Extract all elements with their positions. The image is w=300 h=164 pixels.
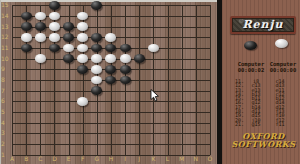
- white-stone-D13: [49, 22, 60, 31]
- board-cell-K4[interactable]: [146, 117, 160, 128]
- board-cell-G10[interactable]: [90, 53, 104, 64]
- board-cell-D8[interactable]: [47, 75, 61, 86]
- board-cell-L4[interactable]: [160, 117, 174, 128]
- white-stone-D12: [49, 33, 60, 42]
- white-stone-G8: [91, 76, 102, 85]
- board-cell-H12[interactable]: [104, 32, 118, 43]
- board-cell-I2[interactable]: [118, 139, 132, 150]
- white-stone-F14: [77, 12, 88, 21]
- black-stone-H9: [105, 65, 116, 74]
- board-cell-I10[interactable]: [118, 53, 132, 64]
- board-cell-B6[interactable]: [19, 96, 33, 107]
- board-cell-B10[interactable]: [19, 53, 33, 64]
- white-stone-E11: [63, 44, 74, 53]
- row-label-11: 11: [1, 45, 11, 51]
- row-label-7: 7: [1, 88, 11, 94]
- board-cell-C3[interactable]: [33, 128, 47, 139]
- white-stone-H12: [105, 33, 116, 42]
- board-cell-L11[interactable]: [160, 43, 174, 54]
- white-stone-G10: [91, 54, 102, 63]
- board-cell-N8[interactable]: [189, 75, 203, 86]
- board-cell-D6[interactable]: [47, 96, 61, 107]
- board-cell-J6[interactable]: [132, 96, 146, 107]
- board-cell-H9[interactable]: [104, 64, 118, 75]
- board-cell-G14[interactable]: [90, 11, 104, 22]
- board-cell-C12[interactable]: [33, 32, 47, 43]
- column-label-G: G: [92, 156, 102, 162]
- board-cell-K8[interactable]: [146, 75, 160, 86]
- board-cell-E8[interactable]: [62, 75, 76, 86]
- board-cell-B2[interactable]: [19, 139, 33, 150]
- board-cell-I5[interactable]: [118, 107, 132, 118]
- board-cell-C13[interactable]: [33, 21, 47, 32]
- board-cell-F5[interactable]: [76, 107, 90, 118]
- board-cell-I12[interactable]: [118, 32, 132, 43]
- board-cell-C4[interactable]: [33, 117, 47, 128]
- board-cell-F8[interactable]: [76, 75, 90, 86]
- board-cell-D14[interactable]: [47, 11, 61, 22]
- board-cell-D3[interactable]: [47, 128, 61, 139]
- column-label-D: D: [49, 156, 59, 162]
- board-cell-J9[interactable]: [132, 64, 146, 75]
- black-stone-G7: [91, 86, 102, 95]
- board-cell-J7[interactable]: [132, 85, 146, 96]
- board-cell-H6[interactable]: [104, 96, 118, 107]
- black-stone-H11: [105, 44, 116, 53]
- board-cell-D5[interactable]: [47, 107, 61, 118]
- board-cell-K11[interactable]: [146, 43, 160, 54]
- white-stone-F12: [77, 33, 88, 42]
- board-cell-C11[interactable]: [33, 43, 47, 54]
- board-cell-K2[interactable]: [146, 139, 160, 150]
- board-cell-M13[interactable]: [175, 21, 189, 32]
- white-stone-F11: [77, 44, 88, 53]
- board-cell-E11[interactable]: [62, 43, 76, 54]
- board-cell-K13[interactable]: [146, 21, 160, 32]
- row-label-5: 5: [1, 109, 11, 115]
- white-stone-C14: [35, 12, 46, 21]
- board-cell-F2[interactable]: [76, 139, 90, 150]
- row-label-8: 8: [1, 77, 11, 83]
- board-cell-E10[interactable]: [62, 53, 76, 64]
- board-cell-E2[interactable]: [62, 139, 76, 150]
- black-stone-I9: [120, 65, 131, 74]
- board-cell-C2[interactable]: [33, 139, 47, 150]
- board-cell-M2[interactable]: [175, 139, 189, 150]
- board-cell-D13[interactable]: [47, 21, 61, 32]
- board-cell-I3[interactable]: [118, 128, 132, 139]
- black-stone-F9: [77, 65, 88, 74]
- board-cell-M9[interactable]: [175, 64, 189, 75]
- board-cell-J8[interactable]: [132, 75, 146, 86]
- move-black: g15: [244, 122, 268, 126]
- board-cell-G3[interactable]: [90, 128, 104, 139]
- board-cell-D7[interactable]: [47, 85, 61, 96]
- column-label-J: J: [134, 156, 144, 162]
- white-stone-F10: [77, 54, 88, 63]
- black-stone-B11: [21, 44, 32, 53]
- board-cell-I4[interactable]: [118, 117, 132, 128]
- board-cell-C6[interactable]: [33, 96, 47, 107]
- board-cell-L7[interactable]: [160, 85, 174, 96]
- board-cell-K14[interactable]: [146, 11, 160, 22]
- row-label-6: 6: [1, 98, 11, 104]
- board-cell-D11[interactable]: [47, 43, 61, 54]
- row-label-9: 9: [1, 66, 11, 72]
- black-stone-D15: [49, 1, 60, 10]
- board-cell-I6[interactable]: [118, 96, 132, 107]
- board-cell-J12[interactable]: [132, 32, 146, 43]
- board-cell-J13[interactable]: [132, 21, 146, 32]
- board-cell-N5[interactable]: [189, 107, 203, 118]
- board-cell-F10[interactable]: [76, 53, 90, 64]
- board-cell-B3[interactable]: [19, 128, 33, 139]
- column-label-M: M: [177, 156, 187, 162]
- board-cell-G8[interactable]: [90, 75, 104, 86]
- black-stone-C13: [35, 22, 46, 31]
- board-cell-H13[interactable]: [104, 21, 118, 32]
- board-cell-M5[interactable]: [175, 107, 189, 118]
- column-label-H: H: [106, 156, 116, 162]
- board-cell-H3[interactable]: [104, 128, 118, 139]
- board-cell-J2[interactable]: [132, 139, 146, 150]
- board-cell-M10[interactable]: [175, 53, 189, 64]
- board-cell-F3[interactable]: [76, 128, 90, 139]
- board-cell-L2[interactable]: [160, 139, 174, 150]
- black-stone-G15: [91, 1, 102, 10]
- white-stone-C12: [35, 33, 46, 42]
- board-cell-N3[interactable]: [189, 128, 203, 139]
- board-cell-B4[interactable]: [19, 117, 33, 128]
- white-stone-F13: [77, 22, 88, 31]
- board-cell-O11[interactable]: [203, 43, 217, 54]
- board-cell-J3[interactable]: [132, 128, 146, 139]
- black-stone-H8: [105, 76, 116, 85]
- move-list: 11.i8c1412.c13d1313.e13e1114.b13c1215.b1…: [230, 79, 300, 126]
- board-cell-D12[interactable]: [47, 32, 61, 43]
- renju-game-window: 151413121110987654321ABCDEFGHIJKLMNO Ren…: [0, 0, 300, 164]
- board-cell-N2[interactable]: [189, 139, 203, 150]
- black-stone-G12: [91, 33, 102, 42]
- board-cell-N6[interactable]: [189, 96, 203, 107]
- board-cell-G12[interactable]: [90, 32, 104, 43]
- white-stone-G9: [91, 65, 102, 74]
- board-cell-O13[interactable]: [203, 21, 217, 32]
- board-cell-N7[interactable]: [189, 85, 203, 96]
- board-cell-O10[interactable]: [203, 53, 217, 64]
- board-cell-L14[interactable]: [160, 11, 174, 22]
- board-cell-N13[interactable]: [189, 21, 203, 32]
- board-cell-O14[interactable]: [203, 11, 217, 22]
- board-cell-M4[interactable]: [175, 117, 189, 128]
- game-title: Renju: [232, 18, 294, 31]
- board-cell-G7[interactable]: [90, 85, 104, 96]
- board-cell-G13[interactable]: [90, 21, 104, 32]
- board-cell-H11[interactable]: [104, 43, 118, 54]
- board-cell-L10[interactable]: [160, 53, 174, 64]
- publisher-logo: OXFORD SOFTWORKS: [222, 132, 300, 148]
- row-label-4: 4: [1, 120, 11, 126]
- column-label-I: I: [120, 156, 130, 162]
- board-cell-N10[interactable]: [189, 53, 203, 64]
- board-cell-M14[interactable]: [175, 11, 189, 22]
- board-cell-O8[interactable]: [203, 75, 217, 86]
- board-cell-H4[interactable]: [104, 117, 118, 128]
- board-cell-O12[interactable]: [203, 32, 217, 43]
- board-cell-I14[interactable]: [118, 11, 132, 22]
- black-stone-B13: [21, 22, 32, 31]
- column-label-N: N: [191, 156, 201, 162]
- board-cell-C14[interactable]: [33, 11, 47, 22]
- board-cell-F4[interactable]: [76, 117, 90, 128]
- board-cell-E7[interactable]: [62, 85, 76, 96]
- board-cell-E5[interactable]: [62, 107, 76, 118]
- board-cell-I8[interactable]: [118, 75, 132, 86]
- board-cell-L12[interactable]: [160, 32, 174, 43]
- board-cell-H5[interactable]: [104, 107, 118, 118]
- row-label-12: 12: [1, 34, 11, 40]
- column-label-K: K: [148, 156, 158, 162]
- board-cell-N4[interactable]: [189, 117, 203, 128]
- board-cell-N12[interactable]: [189, 32, 203, 43]
- board-cell-H2[interactable]: [104, 139, 118, 150]
- board-cell-N9[interactable]: [189, 64, 203, 75]
- column-label-A: A: [7, 156, 17, 162]
- column-label-C: C: [35, 156, 45, 162]
- move-white: f11: [268, 122, 292, 126]
- board-cell-J14[interactable]: [132, 11, 146, 22]
- board-cell-N11[interactable]: [189, 43, 203, 54]
- board-cell-I9[interactable]: [118, 64, 132, 75]
- board-cell-G2[interactable]: [90, 139, 104, 150]
- board-cell-O7[interactable]: [203, 85, 217, 96]
- board-cell-B7[interactable]: [19, 85, 33, 96]
- row-label-2: 2: [1, 141, 11, 147]
- board-cell-B9[interactable]: [19, 64, 33, 75]
- board-cell-F9[interactable]: [76, 64, 90, 75]
- board-cell-C8[interactable]: [33, 75, 47, 86]
- board-cell-N14[interactable]: [189, 11, 203, 22]
- board-cell-M11[interactable]: [175, 43, 189, 54]
- black-stone-E13: [63, 22, 74, 31]
- board-cell-B11[interactable]: [19, 43, 33, 54]
- board-cell-M12[interactable]: [175, 32, 189, 43]
- board-cell-H14[interactable]: [104, 11, 118, 22]
- board-cell-M6[interactable]: [175, 96, 189, 107]
- board-cell-I7[interactable]: [118, 85, 132, 96]
- board-cell-K10[interactable]: [146, 53, 160, 64]
- board-cell-D10[interactable]: [47, 53, 61, 64]
- board-cell-B5[interactable]: [19, 107, 33, 118]
- board-cell-E9[interactable]: [62, 64, 76, 75]
- game-title-plaque: Renju: [230, 16, 296, 34]
- row-label-10: 10: [1, 56, 11, 62]
- board-cell-J10[interactable]: [132, 53, 146, 64]
- board-cell-B8[interactable]: [19, 75, 33, 86]
- row-label-13: 13: [1, 24, 11, 30]
- column-label-B: B: [21, 156, 31, 162]
- board-cell-C5[interactable]: [33, 107, 47, 118]
- white-stone-H10: [105, 54, 116, 63]
- board-cell-M7[interactable]: [175, 85, 189, 96]
- board-cell-H7[interactable]: [104, 85, 118, 96]
- board-cell-G11[interactable]: [90, 43, 104, 54]
- black-stone-B14: [21, 12, 32, 21]
- board-cell-K12[interactable]: [146, 32, 160, 43]
- board-cell-O4[interactable]: [203, 117, 217, 128]
- white-stone-D14: [49, 12, 60, 21]
- board-cell-O6[interactable]: [203, 96, 217, 107]
- move-row: 21.g15f11: [230, 122, 300, 126]
- board-cell-K5[interactable]: [146, 107, 160, 118]
- board-cell-E12[interactable]: [62, 32, 76, 43]
- column-label-O: O: [205, 156, 215, 162]
- row-label-3: 3: [1, 130, 11, 136]
- board-cell-C9[interactable]: [33, 64, 47, 75]
- column-label-L: L: [163, 156, 173, 162]
- board-cell-F6[interactable]: [76, 96, 90, 107]
- board-cell-J5[interactable]: [132, 107, 146, 118]
- board-cell-L3[interactable]: [160, 128, 174, 139]
- black-player-clock: 00:00:02: [234, 67, 268, 73]
- board-cell-B14[interactable]: [19, 11, 33, 22]
- board-cell-M8[interactable]: [175, 75, 189, 86]
- board-cell-B13[interactable]: [19, 21, 33, 32]
- black-stone-E12: [63, 33, 74, 42]
- board-cell-E13[interactable]: [62, 21, 76, 32]
- black-stone-D11: [49, 44, 60, 53]
- board-cell-F11[interactable]: [76, 43, 90, 54]
- black-player-info: Computer 00:00:02: [234, 61, 268, 73]
- black-stone-I11: [120, 44, 131, 53]
- board-cell-D9[interactable]: [47, 64, 61, 75]
- board-cell-K3[interactable]: [146, 128, 160, 139]
- board-cell-G6[interactable]: [90, 96, 104, 107]
- board-cell-L6[interactable]: [160, 96, 174, 107]
- board-cell-F13[interactable]: [76, 21, 90, 32]
- board-cell-J11[interactable]: [132, 43, 146, 54]
- publisher-line2: SOFTWORKS: [222, 140, 300, 148]
- column-label-F: F: [78, 156, 88, 162]
- board-cell-O2[interactable]: [203, 139, 217, 150]
- white-player-info: Computer 00:00:00: [266, 61, 300, 73]
- board-cell-M3[interactable]: [175, 128, 189, 139]
- black-stone-I8: [120, 76, 131, 85]
- board-cell-G4[interactable]: [90, 117, 104, 128]
- renju-board[interactable]: [5, 0, 217, 160]
- board-cell-E4[interactable]: [62, 117, 76, 128]
- board-cell-E14[interactable]: [62, 11, 76, 22]
- white-stone-B12: [21, 33, 32, 42]
- black-stone-indicator-icon: [244, 41, 257, 50]
- white-stone-I10: [120, 54, 131, 63]
- black-stone-J10: [134, 54, 145, 63]
- board-cell-I13[interactable]: [118, 21, 132, 32]
- white-stone-C10: [35, 54, 46, 63]
- board-cell-E3[interactable]: [62, 128, 76, 139]
- board-cell-O9[interactable]: [203, 64, 217, 75]
- move-number: 21.: [230, 122, 244, 126]
- row-label-15: 15: [1, 2, 11, 8]
- board-cell-H10[interactable]: [104, 53, 118, 64]
- board-cell-D2[interactable]: [47, 139, 61, 150]
- board-cell-L9[interactable]: [160, 64, 174, 75]
- board-cell-C10[interactable]: [33, 53, 47, 64]
- white-stone-K11: [148, 44, 159, 53]
- board-cell-H8[interactable]: [104, 75, 118, 86]
- board-cell-K9[interactable]: [146, 64, 160, 75]
- board-cell-I11[interactable]: [118, 43, 132, 54]
- board-cell-C7[interactable]: [33, 85, 47, 96]
- board-cell-D4[interactable]: [47, 117, 61, 128]
- white-player-clock: 00:00:00: [266, 67, 300, 73]
- column-label-E: E: [64, 156, 74, 162]
- board-cell-B12[interactable]: [19, 32, 33, 43]
- white-stone-F6: [77, 97, 88, 106]
- side-panel: Renju Computer 00:00:02 Computer 00:00:0…: [217, 0, 300, 164]
- board-cell-G5[interactable]: [90, 107, 104, 118]
- black-stone-G11: [91, 44, 102, 53]
- board-cell-F12[interactable]: [76, 32, 90, 43]
- board-cell-G9[interactable]: [90, 64, 104, 75]
- board-cell-F7[interactable]: [76, 85, 90, 96]
- row-label-14: 14: [1, 13, 11, 19]
- board-cell-O5[interactable]: [203, 107, 217, 118]
- black-stone-E10: [63, 54, 74, 63]
- board-cell-F14[interactable]: [76, 11, 90, 22]
- board-cell-L13[interactable]: [160, 21, 174, 32]
- board-cell-L5[interactable]: [160, 107, 174, 118]
- board-cell-E6[interactable]: [62, 96, 76, 107]
- white-stone-indicator-icon: [275, 39, 288, 48]
- board-cell-J4[interactable]: [132, 117, 146, 128]
- board-cell-L8[interactable]: [160, 75, 174, 86]
- mouse-cursor-icon: [150, 87, 159, 106]
- board-cell-O3[interactable]: [203, 128, 217, 139]
